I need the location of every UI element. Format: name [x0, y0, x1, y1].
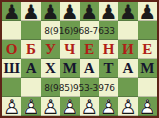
square-r1c8: ♟: [138, 2, 157, 21]
square-r4c6: Т: [99, 59, 118, 78]
white-pawn-icon: ♟♙: [119, 97, 137, 116]
square-r1c2: ♟: [21, 2, 40, 21]
square-r4c3: Х: [41, 59, 60, 78]
letter-cell: Б: [26, 42, 36, 57]
square-r2c8: [138, 21, 157, 40]
square-r4c5: А: [80, 59, 99, 78]
letter-cell: Е: [84, 42, 94, 57]
square-r1c6: ♟: [99, 2, 118, 21]
white-pawn-icon: ♟♙: [22, 97, 40, 116]
square-r1c7: ♟: [118, 2, 137, 21]
square-r1c5: ♟: [80, 2, 99, 21]
square-r1c3: ♟: [41, 2, 60, 21]
white-pawn-icon: ♟♙: [61, 97, 79, 116]
square-r2c2: [21, 21, 40, 40]
square-r2c4: [60, 21, 79, 40]
square-r6c2: ♟♙: [21, 97, 40, 116]
square-r5c2: [21, 78, 40, 97]
square-r6c6: ♟♙: [99, 97, 118, 116]
letter-cell: Ч: [64, 42, 75, 57]
square-r3c8: Е: [138, 40, 157, 59]
black-pawn-icon: ♟: [3, 2, 21, 21]
letter-cell: У: [45, 42, 56, 57]
letter-cell: А: [26, 61, 37, 76]
black-pawn-icon: ♟: [61, 2, 79, 21]
square-r4c7: А: [118, 59, 137, 78]
square-r3c6: Н: [99, 40, 118, 59]
black-pawn-icon: ♟: [100, 2, 118, 21]
square-r3c5: Е: [80, 40, 99, 59]
black-pawn-icon: ♟: [138, 2, 156, 21]
letter-cell: Т: [104, 61, 114, 76]
square-r5c5: [80, 78, 99, 97]
square-r2c1: [2, 21, 21, 40]
square-r4c1: Ш: [2, 59, 21, 78]
square-r5c4: [60, 78, 79, 97]
square-r6c4: ♟♙: [60, 97, 79, 116]
letter-cell: М: [63, 61, 77, 76]
square-r6c5: ♟♙: [80, 97, 99, 116]
letter-cell: Х: [45, 61, 56, 76]
letter-cell: А: [84, 61, 95, 76]
white-pawn-icon: ♟♙: [138, 97, 156, 116]
square-r6c7: ♟♙: [118, 97, 137, 116]
letter-cell: О: [6, 42, 18, 57]
square-r5c8: [138, 78, 157, 97]
letter-cell: М: [140, 61, 154, 76]
square-r1c1: ♟: [2, 2, 21, 21]
square-r3c2: Б: [21, 40, 40, 59]
black-pawn-icon: ♟: [119, 2, 137, 21]
letter-cell: А: [123, 61, 134, 76]
square-r6c8: ♟♙: [138, 97, 157, 116]
square-r6c1: ♟♙: [2, 97, 21, 116]
square-r5c6: [99, 78, 118, 97]
square-r4c8: М: [138, 59, 157, 78]
square-r2c7: [118, 21, 137, 40]
square-r2c5: [80, 21, 99, 40]
board: 8(916)968-7633 8(985)953-3976 ♟♟♟♟♟♟♟♟ОБ…: [0, 0, 159, 118]
square-r5c3: [41, 78, 60, 97]
square-r5c1: [2, 78, 21, 97]
white-pawn-icon: ♟♙: [100, 97, 118, 116]
white-pawn-icon: ♟♙: [80, 97, 98, 116]
black-pawn-icon: ♟: [22, 2, 40, 21]
square-r4c2: А: [21, 59, 40, 78]
square-r2c6: [99, 21, 118, 40]
square-r6c3: ♟♙: [41, 97, 60, 116]
square-r2c3: [41, 21, 60, 40]
black-pawn-icon: ♟: [41, 2, 59, 21]
square-r3c7: И: [118, 40, 137, 59]
square-r3c1: О: [2, 40, 21, 59]
square-r4c4: М: [60, 59, 79, 78]
square-r3c4: Ч: [60, 40, 79, 59]
square-r1c4: ♟: [60, 2, 79, 21]
letter-cell: Е: [142, 42, 152, 57]
white-pawn-icon: ♟♙: [41, 97, 59, 116]
square-r5c7: [118, 78, 137, 97]
letter-cell: И: [122, 42, 134, 57]
letter-cell: Ш: [3, 61, 19, 76]
letter-cell: Н: [103, 42, 115, 57]
white-pawn-icon: ♟♙: [3, 97, 21, 116]
square-r3c3: У: [41, 40, 60, 59]
black-pawn-icon: ♟: [80, 2, 98, 21]
